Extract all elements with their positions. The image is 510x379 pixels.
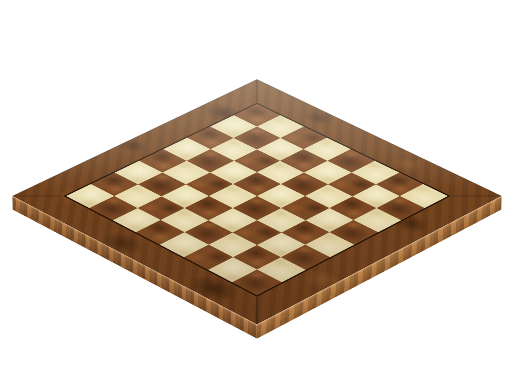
square-g6 xyxy=(257,232,306,257)
square-e6 xyxy=(209,208,257,232)
square-d6 xyxy=(185,196,233,220)
square-f6 xyxy=(233,220,281,245)
square-h4 xyxy=(330,220,378,245)
square-f7 xyxy=(208,232,257,257)
product-photo-scene xyxy=(0,0,510,379)
square-c8 xyxy=(112,208,160,232)
square-d8 xyxy=(136,220,184,245)
square-b8 xyxy=(89,196,137,220)
square-g3 xyxy=(329,196,377,220)
square-h5 xyxy=(306,232,355,257)
square-g4 xyxy=(305,208,353,232)
board-top-surface xyxy=(12,79,501,324)
square-h3 xyxy=(353,208,401,232)
square-h8 xyxy=(232,270,281,296)
square-h2 xyxy=(377,196,425,220)
square-e5 xyxy=(233,196,281,220)
square-e7 xyxy=(184,220,232,245)
square-e8 xyxy=(160,232,209,257)
square-h6 xyxy=(281,245,330,270)
square-h7 xyxy=(257,257,306,282)
square-g5 xyxy=(281,220,329,245)
square-f8 xyxy=(184,245,233,270)
square-f4 xyxy=(281,196,329,220)
square-g7 xyxy=(233,245,282,270)
square-f5 xyxy=(257,208,305,232)
square-d7 xyxy=(161,208,209,232)
square-g8 xyxy=(208,257,257,282)
chessboard xyxy=(12,79,501,324)
square-c7 xyxy=(137,196,185,220)
